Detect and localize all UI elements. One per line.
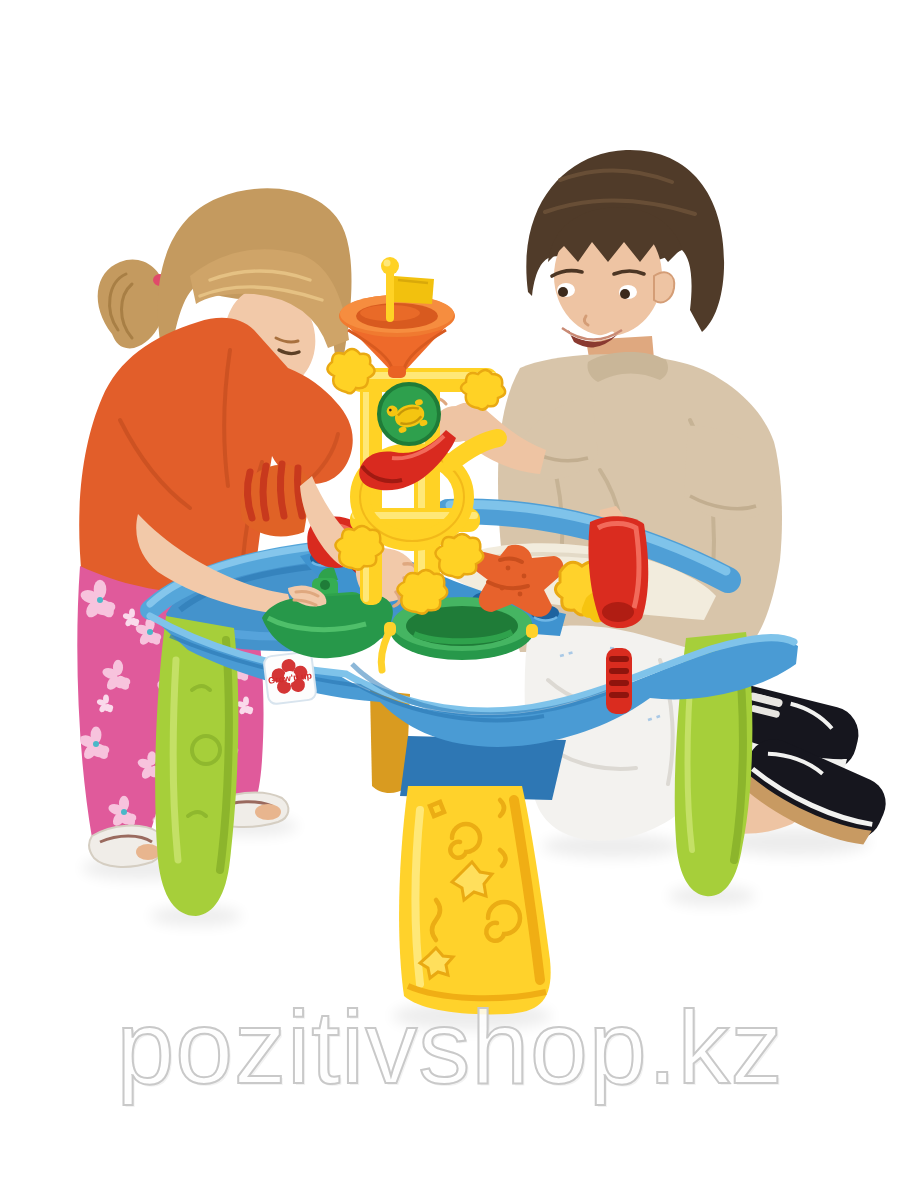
rake-toy [240,464,310,536]
scene-illustration: Grow'n up [0,0,900,1200]
table-leg-center-yellow [399,786,551,1014]
brand-sticker: Grow'n up [263,651,316,704]
turtle-wheel [379,384,439,444]
product-photo-stage: Grow'n up [0,0,900,1200]
girl-ponytail [98,260,166,349]
water-tower [327,257,505,614]
